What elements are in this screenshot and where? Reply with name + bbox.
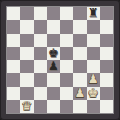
square-h2[interactable] [100, 87, 113, 100]
square-d4[interactable]: ♟ [47, 60, 60, 73]
square-a4[interactable] [7, 60, 20, 73]
square-d6[interactable] [47, 34, 60, 47]
white-pawn-icon: ♟ [88, 73, 99, 86]
square-e6[interactable] [60, 34, 73, 47]
square-b6[interactable] [20, 34, 33, 47]
black-pawn-icon: ♟ [48, 60, 59, 73]
square-h5[interactable] [100, 47, 113, 60]
square-a3[interactable] [7, 73, 20, 86]
white-pawn-icon: ♟ [74, 87, 85, 100]
square-c3[interactable] [34, 73, 47, 86]
square-f3[interactable] [73, 73, 86, 86]
square-g8[interactable]: ♜ [87, 7, 100, 20]
square-b4[interactable] [20, 60, 33, 73]
square-e4[interactable] [60, 60, 73, 73]
square-c8[interactable] [34, 7, 47, 20]
black-king-icon: ♚ [48, 47, 59, 60]
square-h3[interactable] [100, 73, 113, 86]
square-d7[interactable] [47, 20, 60, 33]
square-c5[interactable] [34, 47, 47, 60]
square-e2[interactable] [60, 87, 73, 100]
square-b2[interactable] [20, 87, 33, 100]
square-h7[interactable] [100, 20, 113, 33]
square-c4[interactable] [34, 60, 47, 73]
square-f4[interactable] [73, 60, 86, 73]
chess-board: ♜♚♟♟♟♚♛ [7, 7, 113, 113]
square-f8[interactable] [73, 7, 86, 20]
square-d1[interactable] [47, 100, 60, 113]
square-a8[interactable] [7, 7, 20, 20]
white-king-icon: ♚ [88, 87, 99, 100]
square-d3[interactable] [47, 73, 60, 86]
square-c2[interactable] [34, 87, 47, 100]
square-b1[interactable]: ♛ [20, 100, 33, 113]
square-g1[interactable] [87, 100, 100, 113]
square-g3[interactable]: ♟ [87, 73, 100, 86]
square-f7[interactable] [73, 20, 86, 33]
square-b8[interactable] [20, 7, 33, 20]
square-a5[interactable] [7, 47, 20, 60]
square-g2[interactable]: ♚ [87, 87, 100, 100]
square-c1[interactable] [34, 100, 47, 113]
square-h4[interactable] [100, 60, 113, 73]
square-a6[interactable] [7, 34, 20, 47]
square-d8[interactable] [47, 7, 60, 20]
square-f5[interactable] [73, 47, 86, 60]
square-c7[interactable] [34, 20, 47, 33]
square-e3[interactable] [60, 73, 73, 86]
square-f6[interactable] [73, 34, 86, 47]
square-a2[interactable] [7, 87, 20, 100]
square-c6[interactable] [34, 34, 47, 47]
chess-board-frame: ♜♚♟♟♟♚♛ [0, 0, 120, 120]
square-a7[interactable] [7, 20, 20, 33]
square-d5[interactable]: ♚ [47, 47, 60, 60]
square-g4[interactable] [87, 60, 100, 73]
square-f2[interactable]: ♟ [73, 87, 86, 100]
square-f1[interactable] [73, 100, 86, 113]
square-e7[interactable] [60, 20, 73, 33]
square-h8[interactable] [100, 7, 113, 20]
square-d2[interactable] [47, 87, 60, 100]
square-g6[interactable] [87, 34, 100, 47]
square-h1[interactable] [100, 100, 113, 113]
square-b5[interactable] [20, 47, 33, 60]
square-b3[interactable] [20, 73, 33, 86]
square-e8[interactable] [60, 7, 73, 20]
square-h6[interactable] [100, 34, 113, 47]
square-b7[interactable] [20, 20, 33, 33]
black-rook-icon: ♜ [88, 7, 99, 20]
white-queen-icon: ♛ [21, 100, 32, 113]
square-g7[interactable] [87, 20, 100, 33]
square-a1[interactable] [7, 100, 20, 113]
square-g5[interactable] [87, 47, 100, 60]
square-e5[interactable] [60, 47, 73, 60]
square-e1[interactable] [60, 100, 73, 113]
